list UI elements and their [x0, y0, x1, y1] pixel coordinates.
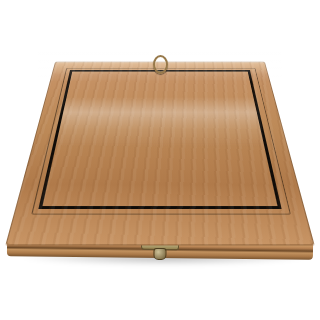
photo-stage	[0, 0, 320, 320]
file-labels-bottom	[30, 208, 290, 245]
hinge-ring-icon	[153, 55, 168, 74]
glare-reflection	[42, 71, 277, 206]
chess-board	[5, 62, 314, 246]
clasp-knob-icon	[153, 248, 166, 260]
play-area	[38, 70, 281, 209]
